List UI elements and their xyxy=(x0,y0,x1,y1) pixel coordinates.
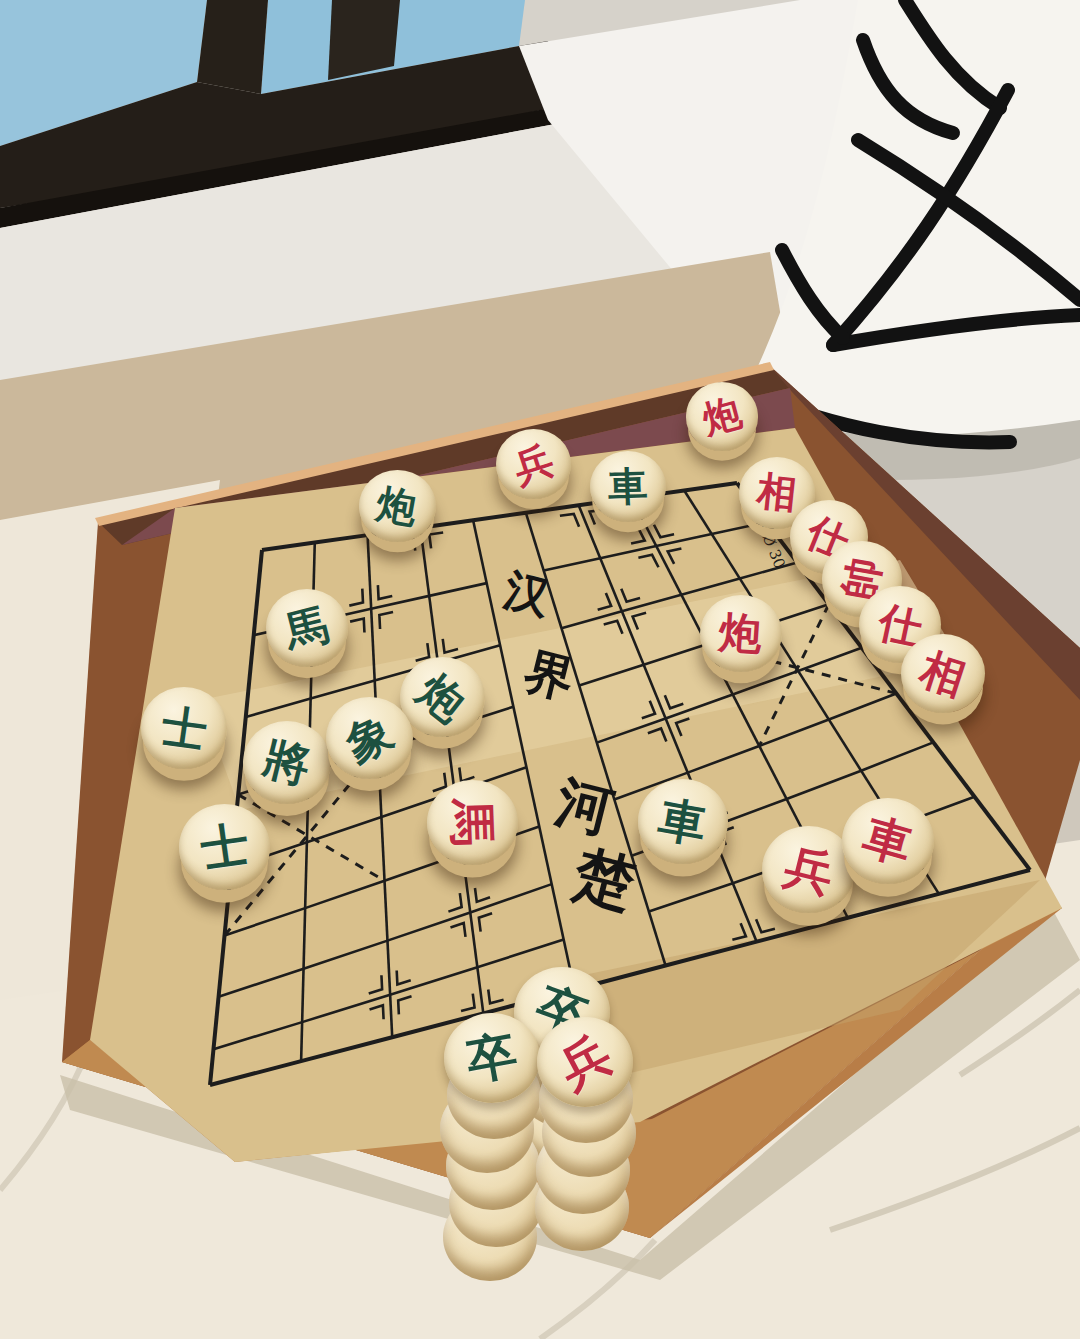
window-mullion xyxy=(197,0,268,94)
scene-backdrop: 汉界河楚5X Ø 30 xyxy=(0,0,1080,1339)
photo-scene: 汉界河楚5X Ø 30 帥仕仕相相炮炮車馬兵兵將士士象馬炮炮車車 卒卒兵 xyxy=(0,0,1080,1339)
